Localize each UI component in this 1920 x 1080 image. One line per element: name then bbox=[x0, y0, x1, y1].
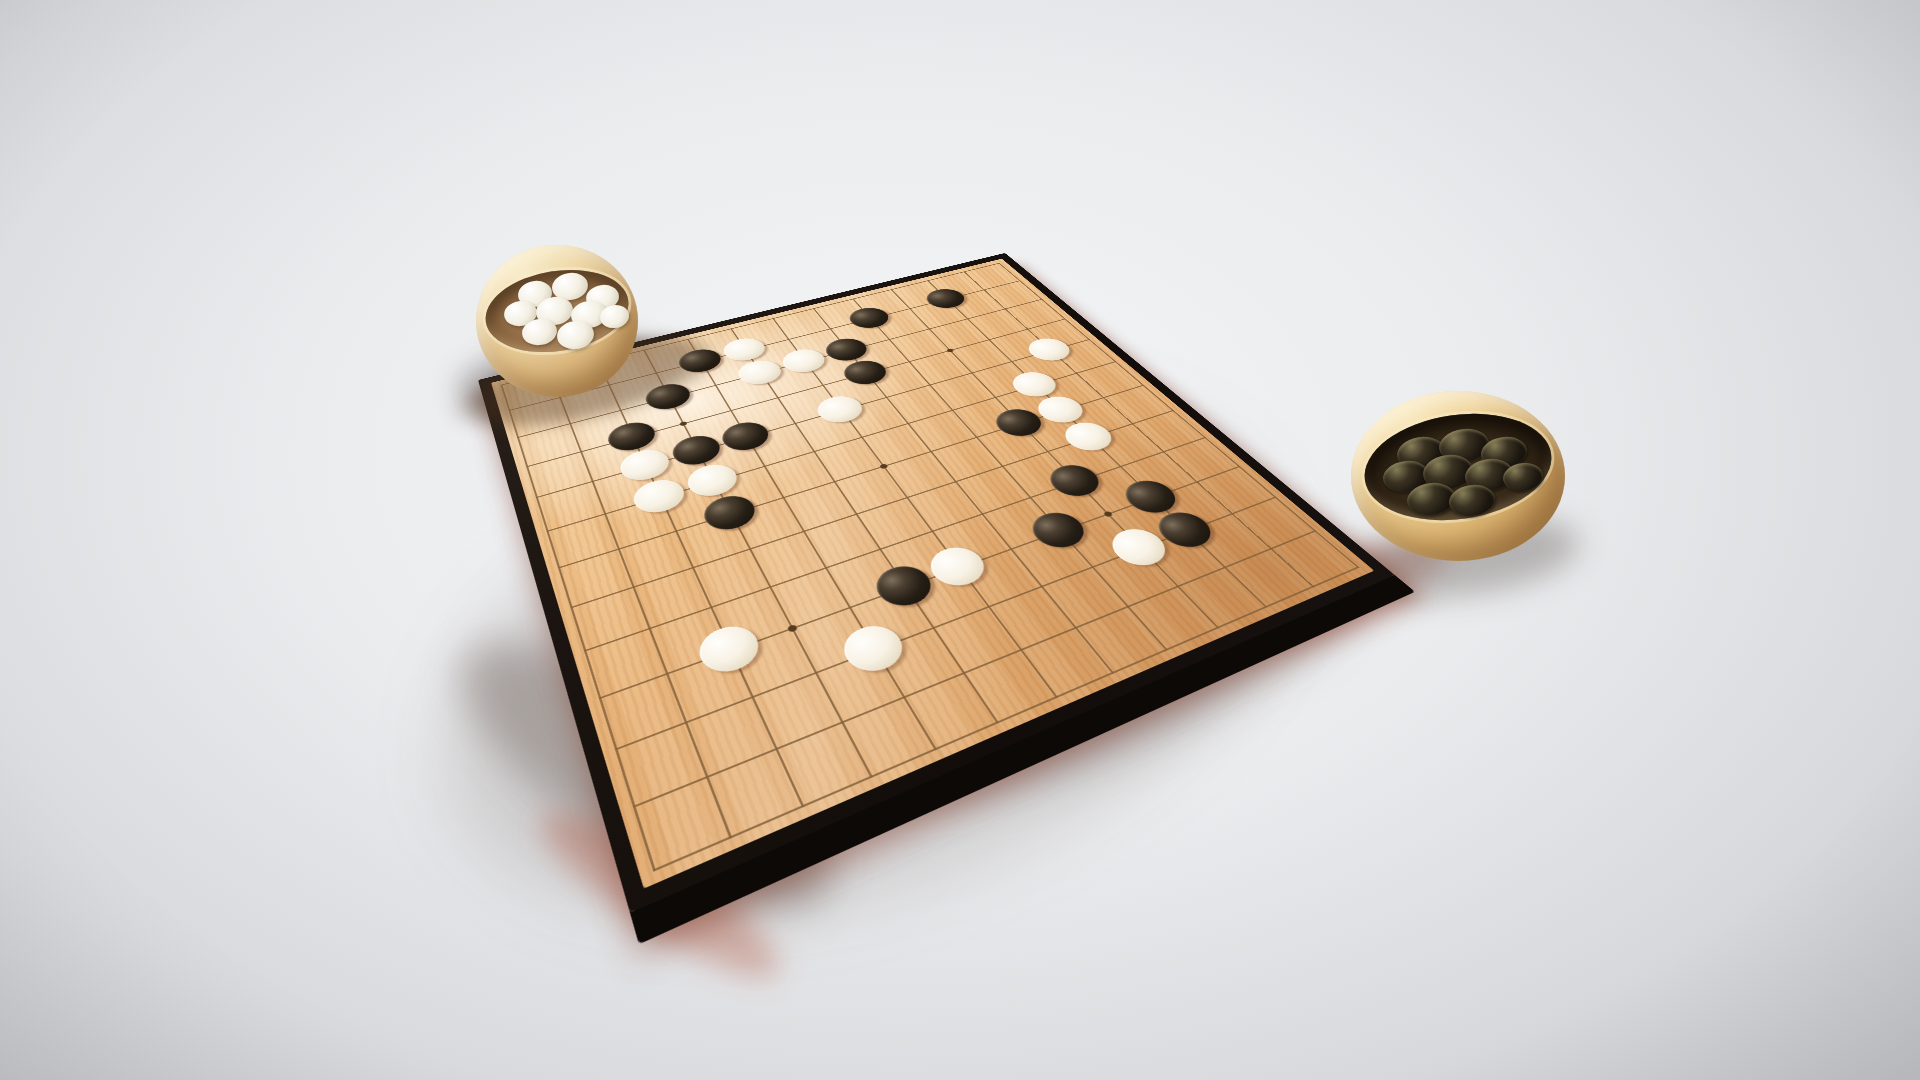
white-stone-bowl bbox=[476, 245, 638, 397]
black-stone-bowl bbox=[1351, 391, 1565, 561]
go-scene-screenshot: { "game": "go", "scene": { "type": "3d-r… bbox=[0, 0, 1920, 1080]
render-viewport[interactable] bbox=[0, 0, 1920, 1080]
